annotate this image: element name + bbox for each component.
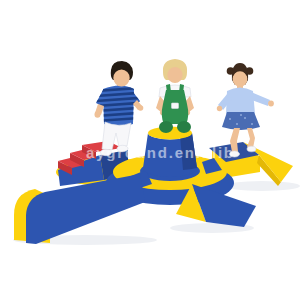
girl-back-shoe [247,146,256,152]
toddler-left-knee [159,121,173,133]
softplay-scene: ayground.en.alib [0,0,300,300]
boy-left-hand [138,105,144,111]
child-girl-right [217,63,274,157]
boy-face [113,69,129,86]
toddler-bib-label [172,103,179,109]
girl-right-hand [268,101,274,107]
product-photo: ayground.en.alib [0,0,300,300]
shadow-ramp [224,181,300,191]
roller-blue-body [26,174,145,244]
boy-right-hand [95,111,101,117]
girl-left-hand [217,106,222,111]
girl-face [233,71,248,87]
girl-back-leg [247,128,255,148]
toddler-face [167,67,182,83]
child-boy-left [89,61,147,156]
watermark-text: ayground.en.alib [86,144,235,161]
toddler-right-knee [177,121,191,133]
child-toddler-center [156,59,194,133]
blue-roller [14,174,145,244]
